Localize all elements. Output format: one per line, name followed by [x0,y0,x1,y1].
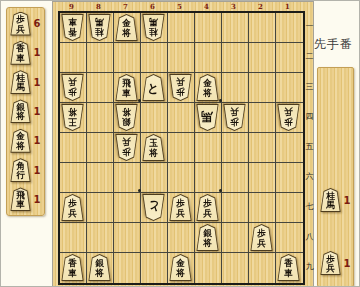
gote-hand-entry-knight: 桂馬1 [10,70,42,95]
board-cell-1-7[interactable] [276,193,303,223]
file-label: 3 [220,2,247,11]
board-cell-5-8[interactable] [168,223,195,253]
koma-kanji: 歩兵 [61,194,84,221]
koma-undefined-lance[interactable]: 香車 [10,41,31,65]
board-cell-4-9[interactable] [195,253,222,283]
hand-count: 1 [342,258,352,269]
board-cell-8-6[interactable] [87,163,114,193]
board-cell-7-8[interactable] [114,223,141,253]
rank-label: 六 [304,161,315,191]
file-label: 7 [112,2,139,11]
file-label: 2 [247,2,274,11]
koma-kanji: 銀将 [115,104,138,131]
board-cell-7-2[interactable] [114,43,141,73]
star-point [138,99,141,102]
sente-hand-entry-pawn: 歩兵1 [320,251,352,275]
koma-kanji: 歩兵 [169,74,192,101]
koma-kanji: 金将 [196,74,219,101]
board-cell-9-7[interactable]: 歩兵 [60,193,87,223]
board-cell-5-3[interactable]: 歩兵 [168,73,195,103]
board-cell-8-7[interactable] [87,193,114,223]
koma-kanji: 桂馬 [320,188,341,212]
hand-count: 6 [32,18,42,29]
board-cell-6-4[interactable] [141,103,168,133]
koma-kanji: 歩兵 [277,104,300,131]
board-cell-4-3[interactable]: 金将 [195,73,222,103]
board-cell-7-1[interactable]: 金将 [114,13,141,43]
board-cell-1-5[interactable] [276,133,303,163]
board-cell-1-8[interactable] [276,223,303,253]
koma-kanji: 王将 [61,104,84,131]
board-cell-7-9[interactable] [114,253,141,283]
koma-gote-silver[interactable]: 銀将 [115,104,138,131]
board-cell-3-8[interactable] [222,223,249,253]
board-cell-2-5[interactable] [249,133,276,163]
koma-kanji: 馬 [196,104,219,131]
board-cell-8-5[interactable] [87,133,114,163]
koma-kanji: 歩兵 [320,251,341,275]
koma-kanji: 桂馬 [88,14,111,41]
board-cell-2-8[interactable]: 歩兵 [249,223,276,253]
file-label: 8 [85,2,112,11]
koma-gote-lance[interactable]: 香車 [61,14,84,41]
koma-sente-lance[interactable]: 香車 [277,254,300,281]
board-cell-8-3[interactable] [87,73,114,103]
board-cell-5-2[interactable] [168,43,195,73]
hand-count: 1 [32,135,42,146]
rank-label: 九 [304,251,315,281]
koma-kanji: 金将 [115,14,138,41]
board-cell-4-6[interactable] [195,163,222,193]
board-cell-9-1[interactable]: 香車 [60,13,87,43]
koma-gote-pawn[interactable]: 歩兵 [115,134,138,161]
koma-kanji: 歩兵 [61,74,84,101]
board-cell-5-6[interactable] [168,163,195,193]
koma-kanji: 桂馬 [142,14,165,41]
gote-hand-entry-rook: 飛車1 [10,187,42,212]
koma-undefined-pawn[interactable]: 歩兵 [10,12,31,36]
turn-indicator: 先手番 [314,36,360,53]
board-cell-9-3[interactable]: 歩兵 [60,73,87,103]
koma-sente-silver[interactable]: 銀将 [196,224,219,251]
board-panel: 987654321 香車桂馬金将桂馬歩兵飛車と歩兵金将王将銀将馬歩兵歩兵歩兵玉将… [52,1,314,287]
board-cell-4-1[interactable] [195,13,222,43]
koma-sente-gold[interactable]: 金将 [115,14,138,41]
koma-kanji: と [142,194,165,221]
star-point [138,189,141,192]
koma-gote-pawn[interactable]: 歩兵 [61,74,84,101]
board-cell-1-9[interactable]: 香車 [276,253,303,283]
koma-kanji: 銀将 [88,254,111,281]
koma-gote-knight[interactable]: 桂馬 [88,14,111,41]
board-cell-3-6[interactable] [222,163,249,193]
hand-count: 1 [32,106,42,117]
koma-sente-gold[interactable]: 金将 [169,254,192,281]
koma-kanji: 香車 [277,254,300,281]
koma-kanji: 歩兵 [115,134,138,161]
koma-sente-king[interactable]: 玉将 [142,134,165,161]
board-cell-8-1[interactable]: 桂馬 [87,13,114,43]
koma-kanji: 飛車 [10,187,31,211]
shogi-board: 香車桂馬金将桂馬歩兵飛車と歩兵金将王将銀将馬歩兵歩兵歩兵玉将歩兵と歩兵歩兵銀将歩… [58,11,305,285]
board-cell-5-1[interactable] [168,13,195,43]
koma-kanji: 歩兵 [169,194,192,221]
board-cell-9-2[interactable] [60,43,87,73]
board-cell-4-7[interactable]: 歩兵 [195,193,222,223]
koma-kanji: 角行 [10,158,31,182]
board-cell-4-8[interactable]: 銀将 [195,223,222,253]
sente-hand-tray: 桂馬1歩兵1 [317,67,354,287]
hand-count: 1 [32,194,42,205]
board-cell-1-6[interactable] [276,163,303,193]
koma-kanji: 歩兵 [10,12,31,36]
koma-kanji: と [142,74,165,101]
board-cell-4-5[interactable] [195,133,222,163]
koma-kanji: 金将 [10,129,31,153]
rank-label: 四 [304,101,315,131]
gote-hand-tray: 歩兵6香車1桂馬1銀将1金将1角行1飛車1 [6,7,45,216]
board-cell-2-7[interactable] [249,193,276,223]
koma-sente-lance[interactable]: 香車 [61,254,84,281]
koma-undefined-knight[interactable]: 桂馬 [320,188,341,212]
board-cell-2-1[interactable] [249,13,276,43]
board-cell-2-9[interactable] [249,253,276,283]
board-cell-3-5[interactable] [222,133,249,163]
hand-count: 1 [32,77,42,88]
koma-gote-pawn[interactable]: 歩兵 [223,104,246,131]
board-cell-9-6[interactable] [60,163,87,193]
board-cell-4-4[interactable]: 馬 [195,103,222,133]
hand-count: 1 [32,47,42,58]
board-cell-5-9[interactable]: 金将 [168,253,195,283]
koma-undefined-knight[interactable]: 桂馬 [10,70,31,94]
koma-gote-pawn[interactable]: 歩兵 [277,104,300,131]
koma-undefined-bishop[interactable]: 角行 [10,158,31,182]
file-label: 1 [274,2,301,11]
board-cell-7-3[interactable]: 飛車 [114,73,141,103]
koma-gote-tokin[interactable]: と [142,194,165,221]
rank-label: 七 [304,191,315,221]
koma-kanji: 銀将 [196,224,219,251]
board-cell-9-5[interactable] [60,133,87,163]
gote-hand-entry-pawn: 歩兵6 [10,11,42,36]
koma-gote-knight[interactable]: 桂馬 [142,14,165,41]
gote-hand-entry-lance: 香車1 [10,40,42,65]
koma-gote-king[interactable]: 王将 [61,104,84,131]
board-cell-7-6[interactable] [114,163,141,193]
board-cell-2-4[interactable] [249,103,276,133]
koma-kanji: 歩兵 [223,104,246,131]
file-label: 9 [58,2,85,11]
board-cell-6-2[interactable] [141,43,168,73]
board-cell-8-9[interactable]: 銀将 [87,253,114,283]
koma-sente-pawn[interactable]: 歩兵 [250,224,273,251]
file-label: 6 [139,2,166,11]
file-label: 4 [193,2,220,11]
koma-sente-gold[interactable]: 金将 [196,74,219,101]
koma-undefined-gold[interactable]: 金将 [10,129,31,153]
koma-gote-promoted-bishop[interactable]: 馬 [196,104,219,131]
file-label: 5 [166,2,193,11]
board-cell-2-6[interactable] [249,163,276,193]
board-cell-8-4[interactable] [87,103,114,133]
rank-label: 八 [304,221,315,251]
board-cell-6-3[interactable]: と [141,73,168,103]
board-cell-5-5[interactable] [168,133,195,163]
rank-label: 三 [304,71,315,101]
hand-count: 1 [342,195,352,206]
board-cell-9-8[interactable] [60,223,87,253]
koma-sente-rook[interactable]: 飛車 [115,74,138,101]
koma-kanji: 玉将 [142,134,165,161]
board-cell-1-3[interactable] [276,73,303,103]
koma-kanji: 歩兵 [250,224,273,251]
file-labels: 987654321 [58,2,301,11]
hand-count: 1 [32,165,42,176]
board-cell-8-8[interactable] [87,223,114,253]
star-point [219,189,222,192]
shogi-app: 歩兵6香車1桂馬1銀将1金将1角行1飛車1 987654321 香車桂馬金将桂馬… [0,0,360,287]
board-cell-7-7[interactable] [114,193,141,223]
board-cell-6-6[interactable] [141,163,168,193]
board-cell-2-2[interactable] [249,43,276,73]
board-cell-4-2[interactable] [195,43,222,73]
board-cell-1-4[interactable]: 歩兵 [276,103,303,133]
board-cell-5-7[interactable]: 歩兵 [168,193,195,223]
board-cell-6-7[interactable]: と [141,193,168,223]
koma-kanji: 香車 [61,254,84,281]
koma-gote-pawn[interactable]: 歩兵 [169,74,192,101]
board-cell-6-9[interactable] [141,253,168,283]
board-cell-9-9[interactable]: 香車 [60,253,87,283]
koma-kanji: 香車 [10,41,31,65]
board-cell-3-7[interactable] [222,193,249,223]
koma-kanji: 桂馬 [10,70,31,94]
koma-sente-pawn[interactable]: 歩兵 [169,194,192,221]
koma-kanji: 香車 [61,14,84,41]
board-cell-7-5[interactable]: 歩兵 [114,133,141,163]
koma-kanji: 歩兵 [196,194,219,221]
board-cell-3-2[interactable] [222,43,249,73]
board-cell-7-4[interactable]: 銀将 [114,103,141,133]
board-cell-6-8[interactable] [141,223,168,253]
gote-hand-entry-bishop: 角行1 [10,158,42,183]
board-cell-3-1[interactable] [222,13,249,43]
board-cell-5-4[interactable] [168,103,195,133]
board-cell-6-5[interactable]: 玉将 [141,133,168,163]
koma-undefined-rook[interactable]: 飛車 [10,187,31,211]
board-cell-3-9[interactable] [222,253,249,283]
board-cell-3-3[interactable] [222,73,249,103]
star-point [219,99,222,102]
board-cell-6-1[interactable]: 桂馬 [141,13,168,43]
sente-hand-entry-knight: 桂馬1 [320,188,352,212]
koma-undefined-pawn[interactable]: 歩兵 [320,251,341,275]
gote-hand-entry-silver: 銀将1 [10,99,42,124]
koma-sente-pawn[interactable]: 歩兵 [196,194,219,221]
koma-kanji: 金将 [169,254,192,281]
board-cell-1-1[interactable] [276,13,303,43]
koma-kanji: 銀将 [10,99,31,123]
board-cell-8-2[interactable] [87,43,114,73]
gote-hand-entry-gold: 金将1 [10,128,42,153]
koma-undefined-silver[interactable]: 銀将 [10,99,31,123]
koma-sente-silver[interactable]: 銀将 [88,254,111,281]
board-cell-2-3[interactable] [249,73,276,103]
koma-kanji: 飛車 [115,74,138,101]
rank-label: 五 [304,131,315,161]
board-cell-3-4[interactable]: 歩兵 [222,103,249,133]
board-cell-9-4[interactable]: 王将 [60,103,87,133]
koma-sente-tokin[interactable]: と [142,74,165,101]
board-cell-1-2[interactable] [276,43,303,73]
koma-sente-pawn[interactable]: 歩兵 [61,194,84,221]
